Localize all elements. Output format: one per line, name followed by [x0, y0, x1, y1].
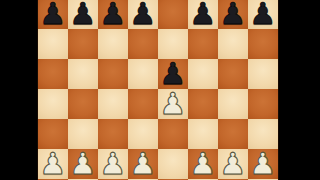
letterbox-left-bar: [0, 0, 38, 180]
square-e6[interactable]: [158, 29, 188, 59]
square-g5[interactable]: [218, 59, 248, 89]
square-c7[interactable]: ♟: [98, 0, 128, 29]
black-pawn[interactable]: ♟: [220, 0, 247, 29]
square-a4[interactable]: [38, 89, 68, 119]
square-g1[interactable]: [218, 179, 248, 180]
black-pawn[interactable]: ♟: [130, 0, 157, 29]
square-f4[interactable]: [188, 89, 218, 119]
square-a5[interactable]: [38, 59, 68, 89]
square-g6[interactable]: [218, 29, 248, 59]
square-g3[interactable]: [218, 119, 248, 149]
black-pawn[interactable]: ♟: [190, 0, 217, 29]
square-e2[interactable]: [158, 149, 188, 179]
square-a7[interactable]: ♟: [38, 0, 68, 29]
square-b1[interactable]: [68, 179, 98, 180]
square-h5[interactable]: [248, 59, 278, 89]
square-f5[interactable]: [188, 59, 218, 89]
square-d6[interactable]: [128, 29, 158, 59]
black-pawn[interactable]: ♟: [100, 0, 127, 29]
square-b4[interactable]: [68, 89, 98, 119]
white-pawn[interactable]: ♟: [100, 149, 127, 179]
square-d1[interactable]: [128, 179, 158, 180]
square-c1[interactable]: [98, 179, 128, 180]
white-pawn[interactable]: ♟: [70, 149, 97, 179]
square-a3[interactable]: [38, 119, 68, 149]
square-d2[interactable]: ♟: [128, 149, 158, 179]
square-a6[interactable]: [38, 29, 68, 59]
square-c5[interactable]: [98, 59, 128, 89]
square-f7[interactable]: ♟: [188, 0, 218, 29]
letterbox-right-bar: [278, 0, 320, 180]
square-f2[interactable]: ♟: [188, 149, 218, 179]
square-g7[interactable]: ♟: [218, 0, 248, 29]
black-pawn[interactable]: ♟: [160, 59, 187, 89]
square-e3[interactable]: [158, 119, 188, 149]
square-c3[interactable]: [98, 119, 128, 149]
square-b5[interactable]: [68, 59, 98, 89]
black-pawn[interactable]: ♟: [40, 0, 67, 29]
square-e5[interactable]: ♟: [158, 59, 188, 89]
square-d7[interactable]: ♟: [128, 0, 158, 29]
square-h2[interactable]: ♟: [248, 149, 278, 179]
square-f6[interactable]: [188, 29, 218, 59]
square-h7[interactable]: ♟: [248, 0, 278, 29]
square-c2[interactable]: ♟: [98, 149, 128, 179]
chess-board[interactable]: ♟♟♟♟♟♟♟♟♟♟♟♟♟♟♟♟: [38, 0, 278, 180]
square-b7[interactable]: ♟: [68, 0, 98, 29]
square-b2[interactable]: ♟: [68, 149, 98, 179]
square-d4[interactable]: [128, 89, 158, 119]
square-e1[interactable]: [158, 179, 188, 180]
square-e4[interactable]: ♟: [158, 89, 188, 119]
square-a1[interactable]: [38, 179, 68, 180]
white-pawn[interactable]: ♟: [220, 149, 247, 179]
square-h3[interactable]: [248, 119, 278, 149]
square-h1[interactable]: [248, 179, 278, 180]
square-e7[interactable]: [158, 0, 188, 29]
square-c6[interactable]: [98, 29, 128, 59]
square-g4[interactable]: [218, 89, 248, 119]
square-b3[interactable]: [68, 119, 98, 149]
white-pawn[interactable]: ♟: [130, 149, 157, 179]
square-b6[interactable]: [68, 29, 98, 59]
square-g2[interactable]: ♟: [218, 149, 248, 179]
black-pawn[interactable]: ♟: [250, 0, 277, 29]
video-frame: ♟♟♟♟♟♟♟♟♟♟♟♟♟♟♟♟: [0, 0, 320, 180]
square-c4[interactable]: [98, 89, 128, 119]
white-pawn[interactable]: ♟: [160, 89, 187, 119]
square-h6[interactable]: [248, 29, 278, 59]
black-pawn[interactable]: ♟: [70, 0, 97, 29]
square-f1[interactable]: [188, 179, 218, 180]
square-f3[interactable]: [188, 119, 218, 149]
square-d5[interactable]: [128, 59, 158, 89]
square-a2[interactable]: ♟: [38, 149, 68, 179]
white-pawn[interactable]: ♟: [190, 149, 217, 179]
square-d3[interactable]: [128, 119, 158, 149]
white-pawn[interactable]: ♟: [250, 149, 277, 179]
square-h4[interactable]: [248, 89, 278, 119]
white-pawn[interactable]: ♟: [40, 149, 67, 179]
